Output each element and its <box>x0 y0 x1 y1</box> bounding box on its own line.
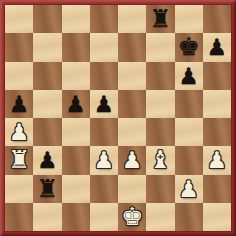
square-d1[interactable] <box>90 203 118 231</box>
square-c1[interactable] <box>62 203 90 231</box>
square-b1[interactable] <box>33 203 61 231</box>
square-h7[interactable]: ♟ <box>203 33 231 61</box>
square-d3[interactable]: ♟ <box>90 146 118 174</box>
white-pawn-a4[interactable]: ♟ <box>9 118 30 146</box>
chess-board: ♜♚♟♟♟♟♟♟♜♟♟♟♝♟♜♟♚ <box>5 5 231 231</box>
square-d6[interactable] <box>90 62 118 90</box>
square-b7[interactable] <box>33 33 61 61</box>
black-pawn-h7[interactable]: ♟ <box>207 33 228 61</box>
square-e4[interactable] <box>118 118 146 146</box>
square-h8[interactable] <box>203 5 231 33</box>
square-e6[interactable] <box>118 62 146 90</box>
square-d2[interactable] <box>90 175 118 203</box>
black-pawn-b3[interactable]: ♟ <box>37 146 58 174</box>
square-d5[interactable]: ♟ <box>90 90 118 118</box>
square-b4[interactable] <box>33 118 61 146</box>
square-h4[interactable] <box>203 118 231 146</box>
square-e8[interactable] <box>118 5 146 33</box>
square-a6[interactable] <box>5 62 33 90</box>
black-pawn-d5[interactable]: ♟ <box>94 90 115 118</box>
square-e5[interactable] <box>118 90 146 118</box>
square-c6[interactable] <box>62 62 90 90</box>
board-frame: ♜♚♟♟♟♟♟♟♜♟♟♟♝♟♜♟♚ <box>0 0 236 236</box>
square-b2[interactable]: ♜ <box>33 175 61 203</box>
square-f7[interactable] <box>146 33 174 61</box>
black-pawn-a5[interactable]: ♟ <box>9 90 30 118</box>
square-a2[interactable] <box>5 175 33 203</box>
square-g6[interactable]: ♟ <box>175 62 203 90</box>
square-c3[interactable] <box>62 146 90 174</box>
black-rook-b2[interactable]: ♜ <box>36 175 58 203</box>
square-b6[interactable] <box>33 62 61 90</box>
white-pawn-e3[interactable]: ♟ <box>122 146 143 174</box>
white-king-e1[interactable]: ♚ <box>121 203 143 231</box>
square-e3[interactable]: ♟ <box>118 146 146 174</box>
square-e2[interactable] <box>118 175 146 203</box>
square-e1[interactable]: ♚ <box>118 203 146 231</box>
square-e7[interactable] <box>118 33 146 61</box>
white-pawn-h3[interactable]: ♟ <box>207 146 228 174</box>
square-g7[interactable]: ♚ <box>175 33 203 61</box>
square-c5[interactable]: ♟ <box>62 90 90 118</box>
square-a3[interactable]: ♜ <box>5 146 33 174</box>
black-pawn-g6[interactable]: ♟ <box>178 62 199 90</box>
black-rook-f8[interactable]: ♜ <box>149 5 171 33</box>
square-f5[interactable] <box>146 90 174 118</box>
square-h5[interactable] <box>203 90 231 118</box>
square-a1[interactable] <box>5 203 33 231</box>
black-king-g7[interactable]: ♚ <box>177 33 199 61</box>
white-pawn-d3[interactable]: ♟ <box>94 146 115 174</box>
square-f8[interactable]: ♜ <box>146 5 174 33</box>
square-g2[interactable]: ♟ <box>175 175 203 203</box>
square-c8[interactable] <box>62 5 90 33</box>
square-d4[interactable] <box>90 118 118 146</box>
square-f4[interactable] <box>146 118 174 146</box>
square-h6[interactable] <box>203 62 231 90</box>
square-c7[interactable] <box>62 33 90 61</box>
square-f3[interactable]: ♝ <box>146 146 174 174</box>
square-d7[interactable] <box>90 33 118 61</box>
square-f1[interactable] <box>146 203 174 231</box>
square-g5[interactable] <box>175 90 203 118</box>
square-d8[interactable] <box>90 5 118 33</box>
square-g8[interactable] <box>175 5 203 33</box>
square-b8[interactable] <box>33 5 61 33</box>
square-g1[interactable] <box>175 203 203 231</box>
square-h2[interactable] <box>203 175 231 203</box>
square-b3[interactable]: ♟ <box>33 146 61 174</box>
square-b5[interactable] <box>33 90 61 118</box>
black-pawn-c5[interactable]: ♟ <box>65 90 86 118</box>
square-c2[interactable] <box>62 175 90 203</box>
white-pawn-g2[interactable]: ♟ <box>178 175 199 203</box>
square-f6[interactable] <box>146 62 174 90</box>
square-a8[interactable] <box>5 5 33 33</box>
square-g4[interactable] <box>175 118 203 146</box>
white-rook-a3[interactable]: ♜ <box>8 146 30 174</box>
square-c4[interactable] <box>62 118 90 146</box>
square-a4[interactable]: ♟ <box>5 118 33 146</box>
square-a5[interactable]: ♟ <box>5 90 33 118</box>
square-h3[interactable]: ♟ <box>203 146 231 174</box>
square-f2[interactable] <box>146 175 174 203</box>
square-g3[interactable] <box>175 146 203 174</box>
white-bishop-f3[interactable]: ♝ <box>149 146 171 174</box>
square-a7[interactable] <box>5 33 33 61</box>
square-h1[interactable] <box>203 203 231 231</box>
